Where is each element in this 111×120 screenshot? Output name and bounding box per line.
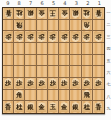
piece-sente-knight[interactable]: 桂 [82,102,91,112]
rank-label-2: 二 [106,19,111,31]
square-4h[interactable] [59,90,70,102]
piece-gote-bishop[interactable]: 角 [82,20,91,30]
square-9h[interactable] [3,90,14,102]
square-6e[interactable] [37,55,48,67]
square-8h[interactable]: 角 [14,90,25,102]
piece-sente-silver[interactable]: 銀 [71,102,80,112]
file-label-1: 1 [94,0,105,7]
rank-label-8: 八 [106,90,111,102]
piece-gote-king[interactable]: 王 [48,8,57,18]
piece-sente-pawn[interactable]: 歩 [48,78,57,88]
shogi-board: 香桂銀金王金銀桂香飛角歩歩歩歩歩歩歩歩歩歩歩歩歩歩歩歩歩歩角飛香桂銀金玉金銀桂香 [2,7,105,114]
piece-sente-pawn[interactable]: 歩 [60,78,69,88]
square-9g[interactable]: 歩 [3,78,14,90]
square-2h[interactable]: 飛 [82,90,93,102]
square-5d[interactable] [48,43,59,55]
square-2i[interactable]: 桂 [82,101,93,113]
square-8i[interactable]: 桂 [14,101,25,113]
piece-sente-rook[interactable]: 飛 [82,90,91,100]
square-6h[interactable] [37,90,48,102]
square-6c[interactable]: 歩 [37,31,48,43]
square-1c[interactable]: 歩 [93,31,104,43]
piece-sente-bishop[interactable]: 角 [15,90,24,100]
square-8g[interactable]: 歩 [14,78,25,90]
square-4i[interactable]: 金 [59,101,70,113]
square-3e[interactable] [70,55,81,67]
square-6a[interactable]: 金 [37,8,48,20]
file-label-7: 7 [25,0,36,7]
piece-sente-silver[interactable]: 銀 [26,102,35,112]
square-3b[interactable] [70,20,81,32]
rank-label-7: 七 [106,78,111,90]
square-7b[interactable] [25,20,36,32]
square-9c[interactable]: 歩 [3,31,14,43]
square-9b[interactable] [3,20,14,32]
square-3i[interactable]: 銀 [70,101,81,113]
square-9d[interactable] [3,43,14,55]
square-6f[interactable] [37,66,48,78]
piece-gote-pawn[interactable]: 歩 [60,32,69,42]
piece-sente-pawn[interactable]: 歩 [15,78,24,88]
square-3d[interactable] [70,43,81,55]
square-5b[interactable] [48,20,59,32]
square-8c[interactable]: 歩 [14,31,25,43]
piece-gote-pawn[interactable]: 歩 [37,32,46,42]
piece-gote-pawn[interactable]: 歩 [82,32,91,42]
square-9f[interactable] [3,66,14,78]
square-8a[interactable]: 桂 [14,8,25,20]
square-2a[interactable]: 桂 [82,8,93,20]
square-2d[interactable] [82,43,93,55]
piece-sente-lance[interactable]: 香 [94,102,103,112]
piece-gote-knight[interactable]: 桂 [15,8,24,18]
square-4g[interactable]: 歩 [59,78,70,90]
square-7d[interactable] [25,43,36,55]
piece-sente-pawn[interactable]: 歩 [94,78,103,88]
square-8d[interactable] [14,43,25,55]
piece-gote-gold[interactable]: 金 [60,8,69,18]
square-7a[interactable]: 銀 [25,8,36,20]
square-1g[interactable]: 歩 [93,78,104,90]
square-9a[interactable]: 香 [3,8,14,20]
piece-sente-pawn[interactable]: 歩 [71,78,80,88]
rank-label-3: 三 [106,31,111,43]
square-7g[interactable]: 歩 [25,78,36,90]
piece-gote-pawn[interactable]: 歩 [4,32,13,42]
piece-sente-pawn[interactable]: 歩 [82,78,91,88]
square-3f[interactable] [70,66,81,78]
square-1d[interactable] [93,43,104,55]
square-3g[interactable]: 歩 [70,78,81,90]
square-2c[interactable]: 歩 [82,31,93,43]
square-4b[interactable] [59,20,70,32]
piece-gote-silver[interactable]: 銀 [71,8,80,18]
piece-gote-pawn[interactable]: 歩 [71,32,80,42]
piece-sente-gold[interactable]: 金 [37,102,46,112]
square-1a[interactable]: 香 [93,8,104,20]
square-1b[interactable] [93,20,104,32]
square-6i[interactable]: 金 [37,101,48,113]
file-labels: 987654321 [2,0,105,7]
square-5a[interactable]: 王 [48,8,59,20]
square-2b[interactable]: 角 [82,20,93,32]
square-2g[interactable]: 歩 [82,78,93,90]
square-7i[interactable]: 銀 [25,101,36,113]
piece-gote-pawn[interactable]: 歩 [48,32,57,42]
square-7e[interactable] [25,55,36,67]
file-label-8: 8 [13,0,24,7]
rank-label-9: 九 [106,102,111,114]
piece-gote-pawn[interactable]: 歩 [26,32,35,42]
square-5c[interactable]: 歩 [48,31,59,43]
square-5e[interactable] [48,55,59,67]
square-4f[interactable] [59,66,70,78]
piece-sente-pawn[interactable]: 歩 [26,78,35,88]
piece-sente-gold[interactable]: 金 [60,102,69,112]
square-3c[interactable]: 歩 [70,31,81,43]
file-label-3: 3 [71,0,82,7]
piece-gote-rook[interactable]: 飛 [15,20,24,30]
rank-label-4: 四 [106,43,111,55]
piece-gote-gold[interactable]: 金 [37,8,46,18]
square-7f[interactable] [25,66,36,78]
square-2e[interactable] [82,55,93,67]
rank-label-1: 一 [106,7,111,19]
square-1i[interactable]: 香 [93,101,104,113]
piece-sente-king[interactable]: 玉 [48,102,57,112]
square-1f[interactable] [93,66,104,78]
square-5g[interactable]: 歩 [48,78,59,90]
square-1e[interactable] [93,55,104,67]
square-9e[interactable] [3,55,14,67]
piece-gote-pawn[interactable]: 歩 [15,32,24,42]
piece-sente-pawn[interactable]: 歩 [37,78,46,88]
square-6b[interactable] [37,20,48,32]
file-label-5: 5 [48,0,59,7]
rank-label-5: 五 [106,55,111,67]
square-2f[interactable] [82,66,93,78]
square-6g[interactable]: 歩 [37,78,48,90]
square-8f[interactable] [14,66,25,78]
square-4e[interactable] [59,55,70,67]
square-4c[interactable]: 歩 [59,31,70,43]
shogi-app-screen: 987654321 一二三四五六七八九 香桂銀金王金銀桂香飛角歩歩歩歩歩歩歩歩歩… [0,0,111,120]
square-5i[interactable]: 玉 [48,101,59,113]
piece-gote-knight[interactable]: 桂 [82,8,91,18]
square-8e[interactable] [14,55,25,67]
square-4d[interactable] [59,43,70,55]
square-9i[interactable]: 香 [3,101,14,113]
square-8b[interactable]: 飛 [14,20,25,32]
square-1h[interactable] [93,90,104,102]
piece-sente-knight[interactable]: 桂 [15,102,24,112]
file-label-6: 6 [36,0,47,7]
piece-sente-pawn[interactable]: 歩 [4,78,13,88]
piece-gote-silver[interactable]: 銀 [26,8,35,18]
square-3a[interactable]: 銀 [70,8,81,20]
square-5f[interactable] [48,66,59,78]
square-4a[interactable]: 金 [59,8,70,20]
piece-gote-pawn[interactable]: 歩 [94,32,103,42]
file-label-4: 4 [59,0,70,7]
square-3h[interactable] [70,90,81,102]
square-7h[interactable] [25,90,36,102]
file-label-2: 2 [82,0,93,7]
square-7c[interactable]: 歩 [25,31,36,43]
piece-gote-lance[interactable]: 香 [4,8,13,18]
piece-sente-lance[interactable]: 香 [4,102,13,112]
square-6d[interactable] [37,43,48,55]
rank-labels: 一二三四五六七八九 [106,7,111,114]
piece-gote-lance[interactable]: 香 [94,8,103,18]
rank-label-6: 六 [106,66,111,78]
file-label-9: 9 [2,0,13,7]
square-5h[interactable] [48,90,59,102]
